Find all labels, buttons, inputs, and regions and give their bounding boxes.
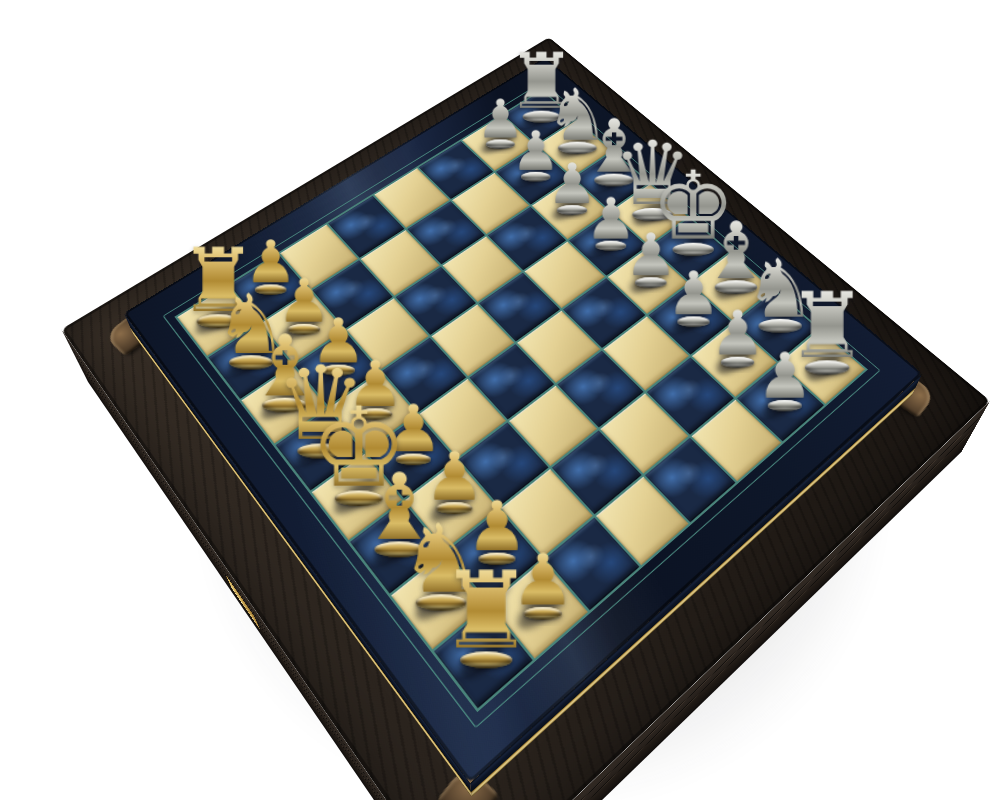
gold-rook-icon: ♜ [426,560,546,662]
photo-scene: ♜♞♝♚♛♝♞♜♟♟♟♟♟♟♟♟♟♟♟♟♟♟♟♟♜♞♝♚♛♝♞♜ [0,0,1000,800]
silver-pawn-icon: ♟ [733,345,837,405]
